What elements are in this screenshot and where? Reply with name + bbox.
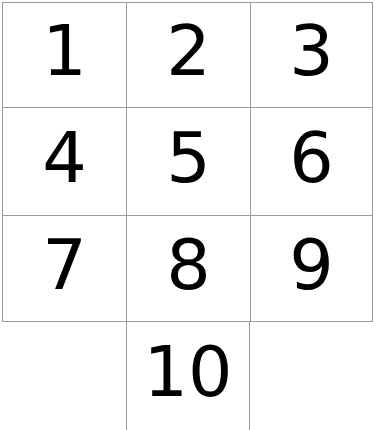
cell-7[interactable]: 7: [2, 215, 126, 322]
cell-1-label: 1: [42, 16, 87, 86]
cell-8-label: 8: [166, 230, 211, 300]
cell-9[interactable]: 9: [250, 215, 373, 322]
cell-5[interactable]: 5: [126, 107, 250, 215]
cell-empty-left: [2, 322, 126, 430]
cell-4-label: 4: [42, 123, 87, 193]
cell-10[interactable]: 10: [126, 322, 250, 430]
cell-3[interactable]: 3: [250, 2, 373, 107]
number-grid-board: 1 2 3 4 5 6 7 8 9 10: [0, 0, 375, 430]
cell-empty-right: [250, 322, 373, 430]
cell-2-label: 2: [166, 16, 211, 86]
cell-2[interactable]: 2: [126, 2, 250, 107]
cell-1[interactable]: 1: [2, 2, 126, 107]
cell-7-label: 7: [42, 230, 87, 300]
cell-3-label: 3: [289, 16, 334, 86]
cell-6[interactable]: 6: [250, 107, 373, 215]
cell-5-label: 5: [166, 123, 211, 193]
cell-4[interactable]: 4: [2, 107, 126, 215]
cell-10-label: 10: [143, 337, 232, 407]
cell-6-label: 6: [289, 123, 334, 193]
cell-8[interactable]: 8: [126, 215, 250, 322]
cell-9-label: 9: [289, 230, 334, 300]
